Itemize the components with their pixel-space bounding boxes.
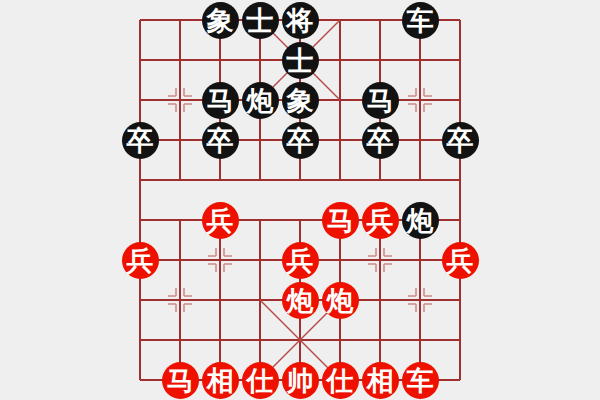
piece-black-soldier[interactable]: 卒 xyxy=(442,122,479,159)
piece-black-soldier[interactable]: 卒 xyxy=(202,122,239,159)
piece-black-soldier[interactable]: 卒 xyxy=(362,122,399,159)
piece-black-soldier[interactable]: 卒 xyxy=(122,122,159,159)
piece-black-elephant[interactable]: 象 xyxy=(202,2,239,39)
piece-red-horse[interactable]: 马 xyxy=(162,362,199,399)
piece-red-soldier[interactable]: 兵 xyxy=(122,242,159,279)
piece-red-cannon[interactable]: 炮 xyxy=(282,282,319,319)
piece-black-general[interactable]: 将 xyxy=(282,2,319,39)
piece-red-soldier[interactable]: 兵 xyxy=(282,242,319,279)
piece-red-soldier[interactable]: 兵 xyxy=(442,242,479,279)
piece-black-cannon[interactable]: 炮 xyxy=(402,202,439,239)
xiangqi-board: 象士将车士马炮象马卒卒卒卒卒炮兵马兵兵兵兵炮炮马相仕帅仕相车 xyxy=(0,0,600,400)
piece-red-advisor[interactable]: 仕 xyxy=(242,362,279,399)
piece-red-general[interactable]: 帅 xyxy=(282,362,319,399)
piece-black-horse[interactable]: 马 xyxy=(202,82,239,119)
piece-red-cannon[interactable]: 炮 xyxy=(322,282,359,319)
piece-black-horse[interactable]: 马 xyxy=(362,82,399,119)
piece-red-chariot[interactable]: 车 xyxy=(402,362,439,399)
piece-red-horse[interactable]: 马 xyxy=(322,202,359,239)
piece-black-advisor[interactable]: 士 xyxy=(282,42,319,79)
piece-red-elephant[interactable]: 相 xyxy=(202,362,239,399)
piece-black-advisor[interactable]: 士 xyxy=(242,2,279,39)
piece-red-advisor[interactable]: 仕 xyxy=(322,362,359,399)
piece-red-soldier[interactable]: 兵 xyxy=(362,202,399,239)
piece-black-elephant[interactable]: 象 xyxy=(282,82,319,119)
piece-black-chariot[interactable]: 车 xyxy=(402,2,439,39)
piece-black-soldier[interactable]: 卒 xyxy=(282,122,319,159)
piece-red-elephant[interactable]: 相 xyxy=(362,362,399,399)
piece-red-soldier[interactable]: 兵 xyxy=(202,202,239,239)
piece-black-cannon[interactable]: 炮 xyxy=(242,82,279,119)
